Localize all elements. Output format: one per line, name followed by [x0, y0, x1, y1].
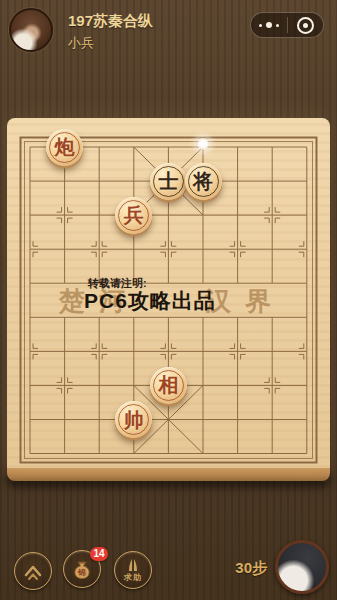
board-wrap: 楚河 汉界 转载请注明: PC6攻略出品 炮士将兵相帅	[7, 118, 330, 481]
opponent-avatar	[275, 540, 329, 594]
piece-character: 将	[193, 171, 213, 191]
svg-text:锦: 锦	[77, 568, 86, 577]
piece-elephant-red[interactable]: 相	[150, 367, 187, 404]
xiangqi-board[interactable]: 楚河 汉界 转载请注明: PC6攻略出品 炮士将兵相帅	[7, 118, 330, 468]
piece-soldier-red[interactable]: 兵	[115, 197, 152, 234]
move-highlight-sparkle	[196, 137, 210, 151]
money-bag-icon: 锦	[69, 556, 95, 582]
chevron-up-icon	[20, 558, 46, 584]
expand-menu-button[interactable]	[14, 552, 52, 590]
more-dots-icon	[259, 24, 262, 27]
piece-advisor-black[interactable]: 士	[150, 163, 187, 200]
badge-count: 14	[90, 547, 108, 561]
piece-character: 帅	[124, 410, 144, 430]
wechat-capsule	[250, 12, 324, 38]
board-bevel	[7, 468, 330, 481]
piece-character: 兵	[124, 205, 144, 225]
piece-character: 士	[158, 171, 178, 191]
ask-help-button[interactable]: 求助	[114, 551, 152, 589]
piece-general-black[interactable]: 将	[185, 163, 222, 200]
header: 197苏秦合纵 小兵	[0, 0, 337, 62]
player-avatar	[9, 8, 53, 52]
piece-character: 相	[158, 375, 178, 395]
watermark-brand: PC6攻略出品	[84, 287, 216, 315]
piece-cannon-red[interactable]: 炮	[46, 129, 83, 166]
moves-counter: 30步	[235, 559, 267, 578]
capsule-target-icon	[297, 17, 314, 34]
tips-bag-button[interactable]: 锦 14	[63, 550, 101, 588]
help-label: 求助	[124, 572, 142, 583]
piece-character: 炮	[55, 137, 75, 157]
more-button[interactable]	[251, 13, 287, 37]
river-label-right: 汉界	[205, 284, 285, 319]
close-button[interactable]	[288, 13, 324, 37]
app-background: 197苏秦合纵 小兵 楚河 汉界 转载请注明: PC6攻略出品 炮士将兵相帅	[0, 0, 337, 600]
level-title: 197苏秦合纵	[68, 12, 153, 31]
footer: 锦 14 求助 30步	[0, 538, 337, 600]
rank-label: 小兵	[68, 34, 94, 52]
